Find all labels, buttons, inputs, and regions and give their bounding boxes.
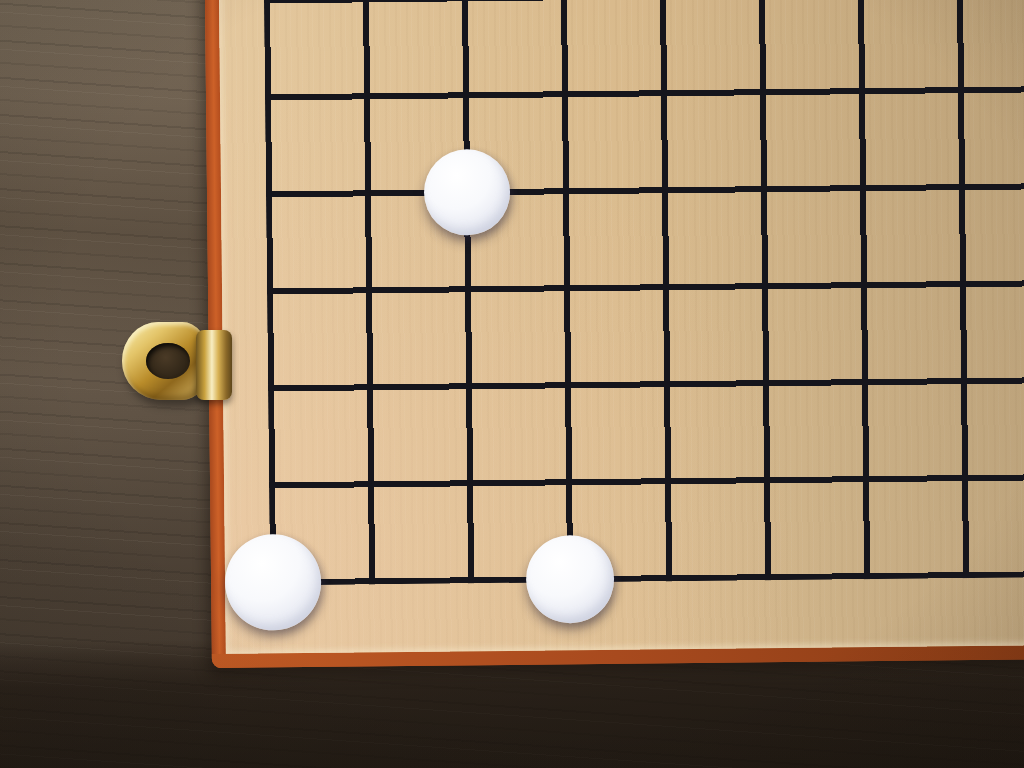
brass-clasp <box>120 316 232 404</box>
white-stone-C5[interactable] <box>424 149 511 236</box>
board-face <box>217 0 1024 654</box>
go-grid[interactable] <box>262 0 1024 585</box>
go-board <box>203 0 1024 668</box>
brass-clasp-hole <box>146 343 190 379</box>
white-stone-D1[interactable] <box>526 535 615 624</box>
photo-go-board-scene: { "game": "go", "scene": { "description"… <box>0 0 1024 768</box>
white-stone-A1[interactable] <box>225 534 322 631</box>
brass-clasp-barrel <box>196 330 232 400</box>
